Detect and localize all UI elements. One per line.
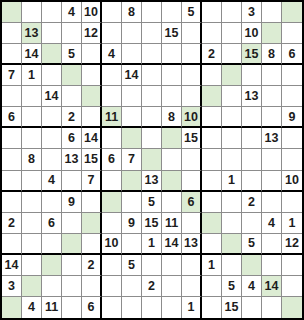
cell-r7c6[interactable] <box>102 128 122 149</box>
cell-r8c10[interactable] <box>182 149 202 170</box>
cell-r3c5[interactable] <box>82 44 102 65</box>
cell-r11c3[interactable]: 6 <box>42 213 62 234</box>
cell-r6c8[interactable] <box>142 107 162 128</box>
cell-r5c15[interactable] <box>282 86 302 107</box>
cell-r2c1[interactable] <box>2 23 22 44</box>
cell-r13c7[interactable]: 5 <box>122 255 142 276</box>
cell-r14c15[interactable] <box>282 276 302 297</box>
cell-r9c4[interactable] <box>62 171 82 192</box>
cell-r6c11[interactable] <box>202 107 222 128</box>
cell-r15c10[interactable]: 1 <box>182 297 202 318</box>
cell-r7c9[interactable] <box>162 128 182 149</box>
cell-r3c1[interactable] <box>2 44 22 65</box>
cell-r5c5[interactable] <box>82 86 102 107</box>
cell-r1c15[interactable] <box>282 2 302 23</box>
cell-r11c6[interactable] <box>102 213 122 234</box>
cell-r13c9[interactable] <box>162 255 182 276</box>
cell-r1c9[interactable] <box>162 2 182 23</box>
cell-r12c2[interactable] <box>22 234 42 255</box>
cell-r8c15[interactable] <box>282 149 302 170</box>
cell-r9c2[interactable] <box>22 171 42 192</box>
cell-r14c7[interactable] <box>122 276 142 297</box>
cell-r6c10[interactable]: 10 <box>182 107 202 128</box>
cell-r12c10[interactable]: 13 <box>182 234 202 255</box>
cell-r8c5[interactable]: 15 <box>82 149 102 170</box>
cell-r9c14[interactable] <box>262 171 282 192</box>
cell-r9c3[interactable]: 4 <box>42 171 62 192</box>
cell-r7c3[interactable] <box>42 128 62 149</box>
cell-r1c2[interactable] <box>22 2 42 23</box>
cell-r10c7[interactable] <box>122 192 142 213</box>
cell-r9c6[interactable] <box>102 171 122 192</box>
cell-r8c3[interactable] <box>42 149 62 170</box>
cell-r15c7[interactable] <box>122 297 142 318</box>
cell-r1c3[interactable] <box>42 2 62 23</box>
cell-r12c14[interactable] <box>262 234 282 255</box>
cell-r8c14[interactable] <box>262 149 282 170</box>
cell-r14c10[interactable] <box>182 276 202 297</box>
cell-r9c11[interactable] <box>202 171 222 192</box>
cell-r11c7[interactable]: 9 <box>122 213 142 234</box>
cell-r1c6[interactable] <box>102 2 122 23</box>
cell-r4c6[interactable] <box>102 65 122 86</box>
cell-r2c7[interactable] <box>122 23 142 44</box>
cell-r8c6[interactable]: 6 <box>102 149 122 170</box>
cell-r2c13[interactable]: 10 <box>242 23 262 44</box>
cell-r6c4[interactable]: 2 <box>62 107 82 128</box>
cell-r14c2[interactable] <box>22 276 42 297</box>
cell-r15c9[interactable] <box>162 297 182 318</box>
cell-r3c10[interactable] <box>182 44 202 65</box>
cell-r15c6[interactable] <box>102 297 122 318</box>
cell-r10c10[interactable]: 6 <box>182 192 202 213</box>
cell-r5c12[interactable] <box>222 86 242 107</box>
cell-r13c11[interactable]: 1 <box>202 255 222 276</box>
cell-r8c8[interactable] <box>142 149 162 170</box>
cell-r7c8[interactable] <box>142 128 162 149</box>
cell-r7c12[interactable] <box>222 128 242 149</box>
cell-r4c14[interactable] <box>262 65 282 86</box>
cell-r12c8[interactable]: 1 <box>142 234 162 255</box>
cell-r4c4[interactable] <box>62 65 82 86</box>
cell-r2c14[interactable] <box>262 23 282 44</box>
cell-r8c12[interactable] <box>222 149 242 170</box>
cell-r2c15[interactable] <box>282 23 302 44</box>
cell-r3c2[interactable]: 14 <box>22 44 42 65</box>
cell-r5c14[interactable] <box>262 86 282 107</box>
cell-r3c12[interactable] <box>222 44 242 65</box>
cell-r15c11[interactable] <box>202 297 222 318</box>
cell-r15c3[interactable]: 11 <box>42 297 62 318</box>
cell-r4c1[interactable]: 7 <box>2 65 22 86</box>
cell-r9c9[interactable] <box>162 171 182 192</box>
cell-r14c4[interactable] <box>62 276 82 297</box>
cell-r13c4[interactable] <box>62 255 82 276</box>
cell-r6c1[interactable]: 6 <box>2 107 22 128</box>
cell-r12c6[interactable]: 10 <box>102 234 122 255</box>
cell-r9c13[interactable] <box>242 171 262 192</box>
cell-r6c6[interactable]: 11 <box>102 107 122 128</box>
cell-r7c11[interactable] <box>202 128 222 149</box>
cell-r12c15[interactable]: 12 <box>282 234 302 255</box>
cell-r9c7[interactable] <box>122 171 142 192</box>
cell-r3c6[interactable]: 4 <box>102 44 122 65</box>
cell-r8c9[interactable] <box>162 149 182 170</box>
cell-r3c8[interactable] <box>142 44 162 65</box>
cell-r12c13[interactable]: 5 <box>242 234 262 255</box>
cell-r2c9[interactable]: 15 <box>162 23 182 44</box>
cell-r10c11[interactable] <box>202 192 222 213</box>
cell-r6c7[interactable] <box>122 107 142 128</box>
cell-r7c10[interactable]: 15 <box>182 128 202 149</box>
cell-r14c6[interactable] <box>102 276 122 297</box>
cell-r7c4[interactable]: 6 <box>62 128 82 149</box>
cell-r2c6[interactable] <box>102 23 122 44</box>
cell-r5c7[interactable] <box>122 86 142 107</box>
cell-r1c7[interactable]: 8 <box>122 2 142 23</box>
cell-r1c11[interactable] <box>202 2 222 23</box>
cell-r12c5[interactable] <box>82 234 102 255</box>
cell-r14c12[interactable]: 5 <box>222 276 242 297</box>
cell-r6c14[interactable] <box>262 107 282 128</box>
cell-r13c13[interactable] <box>242 255 262 276</box>
cell-r4c5[interactable] <box>82 65 102 86</box>
cell-r5c4[interactable] <box>62 86 82 107</box>
cell-r5c10[interactable] <box>182 86 202 107</box>
cell-r10c13[interactable]: 2 <box>242 192 262 213</box>
cell-r10c4[interactable]: 9 <box>62 192 82 213</box>
cell-r11c1[interactable]: 2 <box>2 213 22 234</box>
cell-r5c9[interactable] <box>162 86 182 107</box>
cell-r2c11[interactable] <box>202 23 222 44</box>
cell-r1c14[interactable] <box>262 2 282 23</box>
cell-r12c3[interactable] <box>42 234 62 255</box>
cell-r10c14[interactable] <box>262 192 282 213</box>
cell-r7c13[interactable] <box>242 128 262 149</box>
cell-r11c5[interactable] <box>82 213 102 234</box>
cell-r11c11[interactable] <box>202 213 222 234</box>
cell-r5c13[interactable]: 13 <box>242 86 262 107</box>
cell-r5c2[interactable] <box>22 86 42 107</box>
cell-r10c9[interactable] <box>162 192 182 213</box>
cell-r8c1[interactable] <box>2 149 22 170</box>
cell-r11c4[interactable] <box>62 213 82 234</box>
cell-r5c1[interactable] <box>2 86 22 107</box>
cell-r10c6[interactable] <box>102 192 122 213</box>
cell-r7c15[interactable] <box>282 128 302 149</box>
cell-r12c11[interactable] <box>202 234 222 255</box>
cell-r14c9[interactable] <box>162 276 182 297</box>
cell-r12c12[interactable] <box>222 234 242 255</box>
cell-r4c3[interactable] <box>42 65 62 86</box>
cell-r7c5[interactable]: 14 <box>82 128 102 149</box>
cell-r1c4[interactable]: 4 <box>62 2 82 23</box>
cell-r14c3[interactable] <box>42 276 62 297</box>
cell-r5c6[interactable] <box>102 86 122 107</box>
cell-r13c2[interactable] <box>22 255 42 276</box>
cell-r13c15[interactable] <box>282 255 302 276</box>
cell-r3c11[interactable]: 2 <box>202 44 222 65</box>
cell-r6c13[interactable] <box>242 107 262 128</box>
cell-r15c8[interactable] <box>142 297 162 318</box>
cell-r15c14[interactable] <box>262 297 282 318</box>
cell-r14c8[interactable]: 2 <box>142 276 162 297</box>
cell-r5c3[interactable]: 14 <box>42 86 62 107</box>
cell-r4c12[interactable] <box>222 65 242 86</box>
cell-r3c3[interactable] <box>42 44 62 65</box>
cell-r10c5[interactable] <box>82 192 102 213</box>
cell-r7c14[interactable]: 13 <box>262 128 282 149</box>
cell-r9c12[interactable]: 1 <box>222 171 242 192</box>
cell-r12c4[interactable] <box>62 234 82 255</box>
cell-r4c7[interactable]: 14 <box>122 65 142 86</box>
cell-r15c4[interactable] <box>62 297 82 318</box>
cell-r9c8[interactable]: 13 <box>142 171 162 192</box>
cell-r14c14[interactable]: 14 <box>262 276 282 297</box>
cell-r8c2[interactable]: 8 <box>22 149 42 170</box>
cell-r7c1[interactable] <box>2 128 22 149</box>
cell-r11c15[interactable]: 1 <box>282 213 302 234</box>
cell-r13c5[interactable]: 2 <box>82 255 102 276</box>
cell-r11c9[interactable]: 11 <box>162 213 182 234</box>
cell-r4c9[interactable] <box>162 65 182 86</box>
cell-r4c8[interactable] <box>142 65 162 86</box>
cell-r15c2[interactable]: 4 <box>22 297 42 318</box>
cell-r6c12[interactable] <box>222 107 242 128</box>
cell-r4c15[interactable] <box>282 65 302 86</box>
cell-r13c3[interactable] <box>42 255 62 276</box>
cell-r12c1[interactable] <box>2 234 22 255</box>
cell-r3c15[interactable]: 6 <box>282 44 302 65</box>
cell-r15c1[interactable] <box>2 297 22 318</box>
cell-r6c15[interactable]: 9 <box>282 107 302 128</box>
cell-r3c13[interactable]: 15 <box>242 44 262 65</box>
cell-r14c13[interactable]: 4 <box>242 276 262 297</box>
cell-r10c12[interactable] <box>222 192 242 213</box>
cell-r6c5[interactable] <box>82 107 102 128</box>
cell-r6c9[interactable]: 8 <box>162 107 182 128</box>
cell-r3c4[interactable]: 5 <box>62 44 82 65</box>
cell-r13c12[interactable] <box>222 255 242 276</box>
cell-r1c12[interactable] <box>222 2 242 23</box>
cell-r15c15[interactable] <box>282 297 302 318</box>
cell-r11c14[interactable]: 4 <box>262 213 282 234</box>
cell-r15c5[interactable]: 6 <box>82 297 102 318</box>
cell-r13c1[interactable]: 14 <box>2 255 22 276</box>
cell-r9c15[interactable]: 10 <box>282 171 302 192</box>
cell-r10c3[interactable] <box>42 192 62 213</box>
cell-r1c10[interactable]: 5 <box>182 2 202 23</box>
cell-r14c5[interactable] <box>82 276 102 297</box>
cell-r11c10[interactable] <box>182 213 202 234</box>
cell-r11c2[interactable] <box>22 213 42 234</box>
cell-r9c5[interactable]: 7 <box>82 171 102 192</box>
cell-r14c1[interactable]: 3 <box>2 276 22 297</box>
cell-r3c7[interactable] <box>122 44 142 65</box>
cell-r11c13[interactable] <box>242 213 262 234</box>
cell-r10c8[interactable]: 5 <box>142 192 162 213</box>
cell-r11c8[interactable]: 15 <box>142 213 162 234</box>
cell-r12c9[interactable]: 14 <box>162 234 182 255</box>
cell-r15c12[interactable]: 15 <box>222 297 242 318</box>
cell-r2c4[interactable] <box>62 23 82 44</box>
cell-r14c11[interactable] <box>202 276 222 297</box>
cell-r1c8[interactable] <box>142 2 162 23</box>
cell-r13c10[interactable] <box>182 255 202 276</box>
cell-r13c8[interactable] <box>142 255 162 276</box>
cell-r2c3[interactable] <box>42 23 62 44</box>
cell-r10c2[interactable] <box>22 192 42 213</box>
cell-r5c11[interactable] <box>202 86 222 107</box>
cell-r8c4[interactable]: 13 <box>62 149 82 170</box>
cell-r2c8[interactable] <box>142 23 162 44</box>
cell-r1c13[interactable]: 3 <box>242 2 262 23</box>
cell-r9c1[interactable] <box>2 171 22 192</box>
cell-r1c1[interactable] <box>2 2 22 23</box>
cell-r8c11[interactable] <box>202 149 222 170</box>
cell-r13c6[interactable] <box>102 255 122 276</box>
sudoku-board: 4108531312151014542158671141413621181096… <box>0 0 304 320</box>
cell-r4c2[interactable]: 1 <box>22 65 42 86</box>
cell-r6c3[interactable] <box>42 107 62 128</box>
cell-r4c11[interactable] <box>202 65 222 86</box>
cell-r3c14[interactable]: 8 <box>262 44 282 65</box>
cell-r1c5[interactable]: 10 <box>82 2 102 23</box>
cell-r11c12[interactable] <box>222 213 242 234</box>
cell-r10c15[interactable] <box>282 192 302 213</box>
cell-r5c8[interactable] <box>142 86 162 107</box>
cell-r15c13[interactable] <box>242 297 262 318</box>
cell-r2c2[interactable]: 13 <box>22 23 42 44</box>
cell-r8c7[interactable]: 7 <box>122 149 142 170</box>
cell-r12c7[interactable] <box>122 234 142 255</box>
cell-r2c10[interactable] <box>182 23 202 44</box>
cell-r7c2[interactable] <box>22 128 42 149</box>
cell-r4c10[interactable] <box>182 65 202 86</box>
cell-r4c13[interactable] <box>242 65 262 86</box>
cell-r13c14[interactable] <box>262 255 282 276</box>
cell-r6c2[interactable] <box>22 107 42 128</box>
cell-r9c10[interactable] <box>182 171 202 192</box>
cell-r8c13[interactable] <box>242 149 262 170</box>
cell-r2c12[interactable] <box>222 23 242 44</box>
cell-r7c7[interactable] <box>122 128 142 149</box>
cell-r2c5[interactable]: 12 <box>82 23 102 44</box>
cell-r10c1[interactable] <box>2 192 22 213</box>
cell-r3c9[interactable] <box>162 44 182 65</box>
